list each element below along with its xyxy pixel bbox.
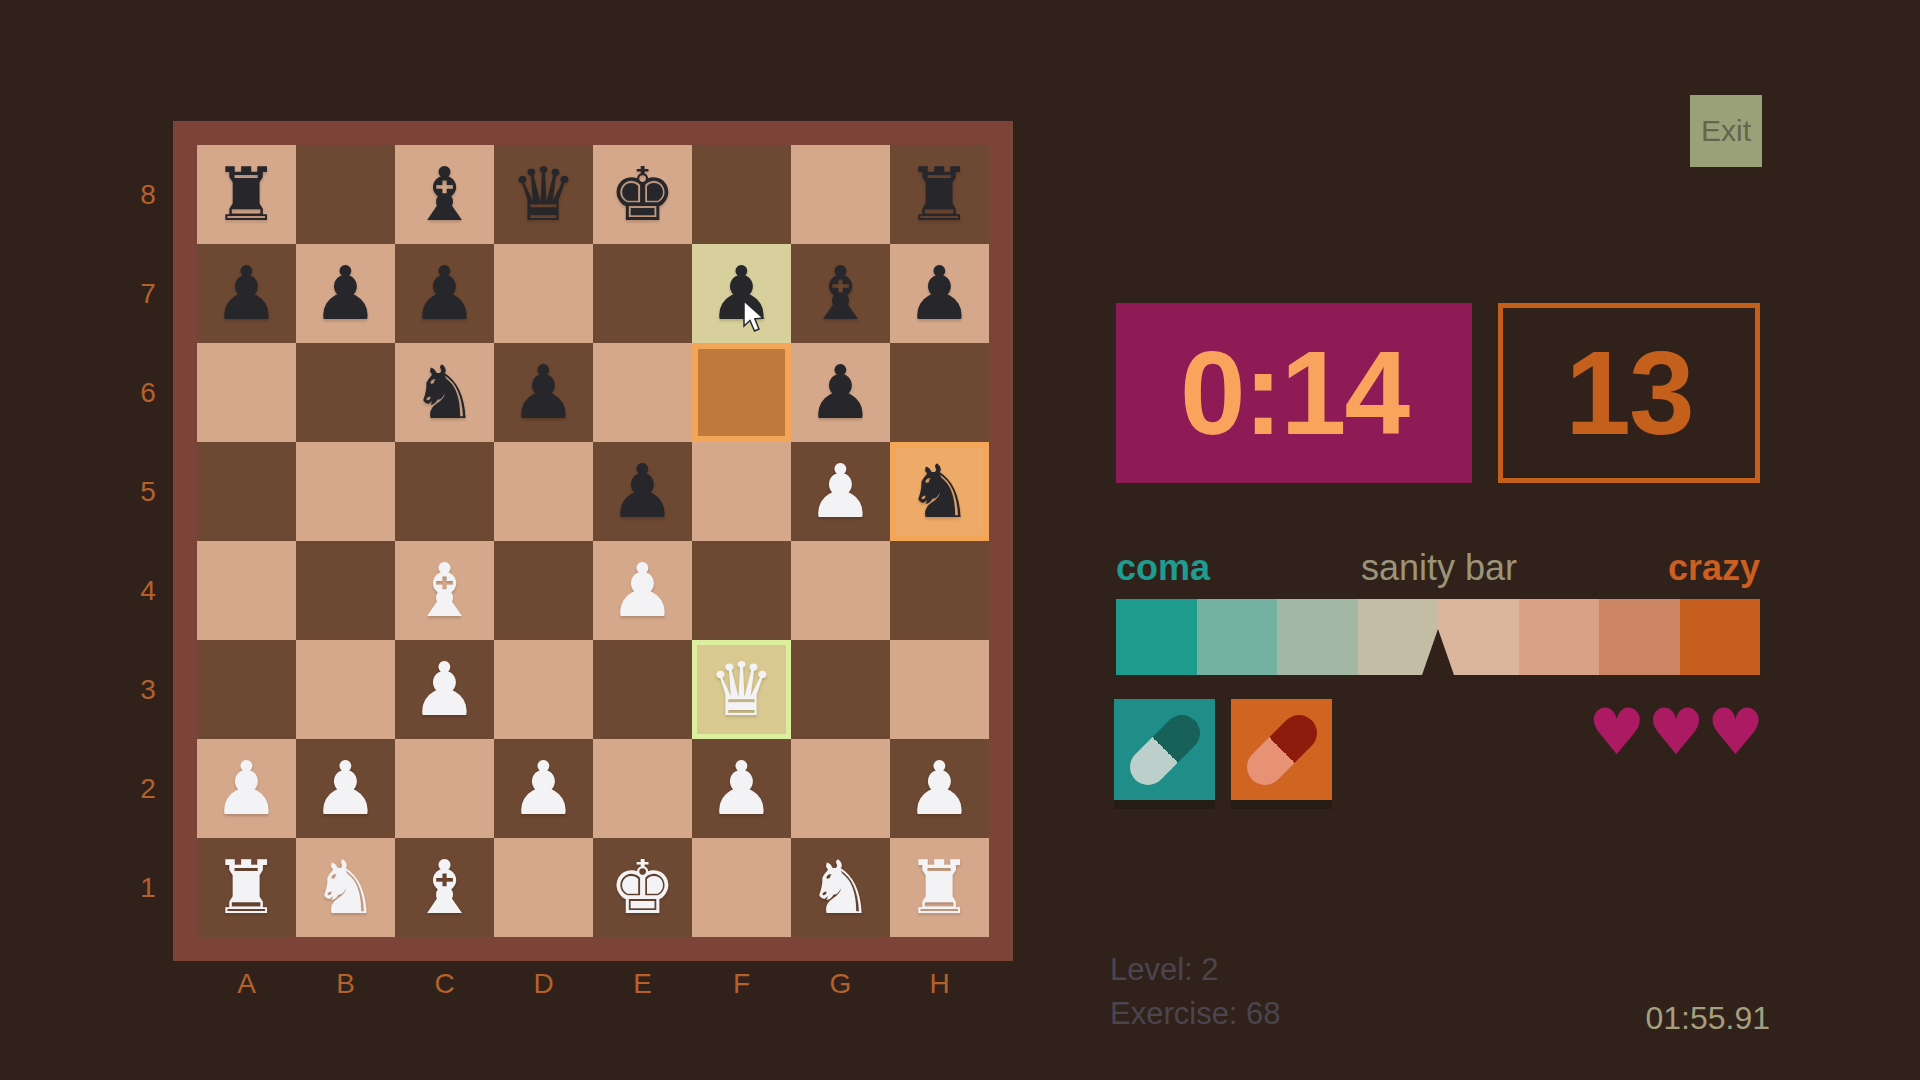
square-f5[interactable] [692,442,791,541]
square-f4[interactable] [692,541,791,640]
square-d6[interactable]: ♟ [494,343,593,442]
heart-icon-2: ♥ [1647,694,1706,770]
black-queen-d8[interactable]: ♛ [510,145,576,244]
white-king-e1[interactable]: ♚ [609,838,675,937]
square-a8[interactable]: ♜ [197,145,296,244]
square-h1[interactable]: ♜ [890,838,989,937]
square-b3[interactable] [296,640,395,739]
square-a6[interactable] [197,343,296,442]
sanity-bar [1116,599,1760,675]
square-c3[interactable]: ♟ [395,640,494,739]
rank-label-2: 2 [128,739,168,838]
white-pawn-f2[interactable]: ♟ [708,739,774,838]
square-a3[interactable] [197,640,296,739]
white-pawn-e4[interactable]: ♟ [609,541,675,640]
square-c5[interactable] [395,442,494,541]
white-queen-f3[interactable]: ♛ [708,640,774,739]
black-pawn-h7[interactable]: ♟ [906,244,972,343]
square-c2[interactable] [395,739,494,838]
rank-label-4: 4 [128,541,168,640]
rank-label-5: 5 [128,442,168,541]
square-g5[interactable]: ♟ [791,442,890,541]
square-g4[interactable] [791,541,890,640]
square-f3[interactable]: ♛ [692,640,791,739]
square-h4[interactable] [890,541,989,640]
square-h3[interactable] [890,640,989,739]
white-rook-h1[interactable]: ♜ [906,838,972,937]
white-pawn-c3[interactable]: ♟ [411,640,477,739]
square-e6[interactable] [593,343,692,442]
square-c7[interactable]: ♟ [395,244,494,343]
orange-pill-icon [1239,707,1324,792]
black-pawn-g6[interactable]: ♟ [807,343,873,442]
exit-button[interactable]: Exit [1690,95,1762,167]
white-bishop-c1[interactable]: ♝ [411,838,477,937]
square-a1[interactable]: ♜ [197,838,296,937]
sanity-label-coma: coma [1116,547,1210,589]
sanity-segment-3 [1277,599,1358,675]
square-c6[interactable]: ♞ [395,343,494,442]
exercise-counter: 13 [1498,303,1760,483]
black-rook-a8[interactable]: ♜ [213,145,279,244]
white-pawn-h2[interactable]: ♟ [906,739,972,838]
white-pawn-b2[interactable]: ♟ [312,739,378,838]
black-bishop-g7[interactable]: ♝ [807,244,873,343]
square-e2[interactable] [593,739,692,838]
exercise-counter-value: 13 [1565,325,1692,461]
file-label-F: F [692,962,791,1006]
white-bishop-c4[interactable]: ♝ [411,541,477,640]
black-bishop-c8[interactable]: ♝ [411,145,477,244]
black-pawn-c7[interactable]: ♟ [411,244,477,343]
white-pawn-g5[interactable]: ♟ [807,442,873,541]
black-pawn-e5[interactable]: ♟ [609,442,675,541]
sanity-segment-8 [1680,599,1761,675]
square-g3[interactable] [791,640,890,739]
file-label-C: C [395,962,494,1006]
square-b2[interactable]: ♟ [296,739,395,838]
sanity-segment-1 [1116,599,1197,675]
sanity-segment-6 [1519,599,1600,675]
white-knight-g1[interactable]: ♞ [807,838,873,937]
sanity-pointer-icon [1422,629,1454,675]
square-f6[interactable] [692,343,791,442]
file-label-D: D [494,962,593,1006]
white-pawn-d2[interactable]: ♟ [510,739,576,838]
square-h8[interactable]: ♜ [890,145,989,244]
square-d3[interactable] [494,640,593,739]
file-label-H: H [890,962,989,1006]
square-g6[interactable]: ♟ [791,343,890,442]
square-h2[interactable]: ♟ [890,739,989,838]
heart-icon-3: ♥ [1707,694,1766,770]
square-e8[interactable]: ♚ [593,145,692,244]
square-a5[interactable] [197,442,296,541]
total-time: 01:55.91 [1470,1000,1770,1037]
black-knight-h5[interactable]: ♞ [906,442,972,541]
square-g2[interactable] [791,739,890,838]
square-g8[interactable] [791,145,890,244]
sanity-label-title: sanity bar [1361,547,1517,589]
sanity-segment-7 [1599,599,1680,675]
rank-label-8: 8 [128,145,168,244]
white-rook-a1[interactable]: ♜ [213,838,279,937]
square-e5[interactable]: ♟ [593,442,692,541]
square-b5[interactable] [296,442,395,541]
square-b7[interactable]: ♟ [296,244,395,343]
file-label-E: E [593,962,692,1006]
black-pawn-d6[interactable]: ♟ [510,343,576,442]
square-d4[interactable] [494,541,593,640]
game-screen: 87654321 ABCDEFGH ♜♝♛♚♜♟♟♟♟♝♟♞♟♟♟♟♞♝♟♟♛♟… [0,0,1920,1080]
square-h5[interactable]: ♞ [890,442,989,541]
rank-labels: 87654321 [128,145,168,937]
black-knight-c6[interactable]: ♞ [411,343,477,442]
square-f1[interactable] [692,838,791,937]
move-timer-value: 0:14 [1180,325,1408,461]
square-a2[interactable]: ♟ [197,739,296,838]
rank-label-6: 6 [128,343,168,442]
file-labels: ABCDEFGH [197,962,989,1006]
mouse-cursor-icon [742,300,768,334]
square-c4[interactable]: ♝ [395,541,494,640]
white-pawn-a2[interactable]: ♟ [213,739,279,838]
square-f2[interactable]: ♟ [692,739,791,838]
square-h6[interactable] [890,343,989,442]
square-c1[interactable]: ♝ [395,838,494,937]
lives-hearts: ♥♥♥ [1600,694,1766,784]
teal-pill-icon [1122,707,1207,792]
sanity-label-crazy: crazy [1668,547,1760,589]
orange-pill-button[interactable] [1231,699,1332,800]
chess-board: ♜♝♛♚♜♟♟♟♟♝♟♞♟♟♟♟♞♝♟♟♛♟♟♟♟♟♜♞♝♚♞♜ [197,145,989,937]
heart-icon-1: ♥ [1588,694,1647,770]
teal-pill-button[interactable] [1114,699,1215,800]
black-rook-h8[interactable]: ♜ [906,145,972,244]
rank-label-3: 3 [128,640,168,739]
square-a7[interactable]: ♟ [197,244,296,343]
rank-label-1: 1 [128,838,168,937]
square-b8[interactable] [296,145,395,244]
square-e7[interactable] [593,244,692,343]
square-d8[interactable]: ♛ [494,145,593,244]
level-info: Level: 2 Exercise: 68 [1110,948,1281,1036]
move-timer: 0:14 [1116,303,1472,483]
file-label-G: G [791,962,890,1006]
square-g7[interactable]: ♝ [791,244,890,343]
level-label: Level: 2 [1110,948,1281,992]
square-f8[interactable] [692,145,791,244]
sanity-bar-labels: coma sanity bar crazy [1116,545,1760,591]
square-d2[interactable]: ♟ [494,739,593,838]
square-g1[interactable]: ♞ [791,838,890,937]
exercise-label: Exercise: 68 [1110,992,1281,1036]
square-b4[interactable] [296,541,395,640]
square-e4[interactable]: ♟ [593,541,692,640]
file-label-B: B [296,962,395,1006]
sanity-segment-2 [1197,599,1278,675]
square-a4[interactable] [197,541,296,640]
square-d7[interactable] [494,244,593,343]
black-pawn-a7[interactable]: ♟ [213,244,279,343]
black-pawn-b7[interactable]: ♟ [312,244,378,343]
square-h7[interactable]: ♟ [890,244,989,343]
square-d1[interactable] [494,838,593,937]
square-c8[interactable]: ♝ [395,145,494,244]
file-label-A: A [197,962,296,1006]
rank-label-7: 7 [128,244,168,343]
square-b6[interactable] [296,343,395,442]
black-king-e8[interactable]: ♚ [609,145,675,244]
square-e3[interactable] [593,640,692,739]
square-b1[interactable]: ♞ [296,838,395,937]
square-d5[interactable] [494,442,593,541]
square-e1[interactable]: ♚ [593,838,692,937]
white-knight-b1[interactable]: ♞ [312,838,378,937]
